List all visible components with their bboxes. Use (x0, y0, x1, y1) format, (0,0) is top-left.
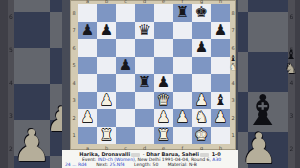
white-pawn[interactable]: ♟ (211, 109, 230, 127)
square-d6[interactable] (135, 39, 154, 57)
square-g5[interactable] (192, 57, 211, 75)
rank-label: 2 (71, 109, 77, 127)
material-balance-indicator: ♝ ♞ (229, 55, 237, 73)
square-a7[interactable]: ♟ (78, 22, 97, 40)
background-rank-label: 2 (288, 132, 295, 165)
square-d7[interactable]: ♛ (135, 22, 154, 40)
square-b5[interactable] (97, 57, 116, 75)
background-rank-label: 3 (288, 99, 295, 132)
blurred-white-pawn-icon: ♟ (240, 128, 278, 168)
square-d2[interactable] (135, 109, 154, 127)
square-e4[interactable]: ♟ (154, 74, 173, 92)
square-c1[interactable] (116, 127, 135, 145)
square-a6[interactable] (78, 39, 97, 57)
square-d8[interactable] (135, 4, 154, 22)
square-b1[interactable]: ♜ (97, 127, 116, 145)
square-h4[interactable] (211, 74, 230, 92)
length-value: 50 (153, 162, 159, 167)
background-border-edge (295, 0, 300, 168)
square-h3[interactable]: ♝ (211, 92, 230, 110)
square-d5[interactable] (135, 57, 154, 75)
square-c7[interactable] (116, 22, 135, 40)
square-g3[interactable]: ♟ (192, 92, 211, 110)
white-pawn[interactable]: ♟ (97, 92, 116, 110)
square-b6[interactable] (97, 39, 116, 57)
material-label: Material: (168, 162, 188, 167)
chess-board-frame: abcdefgh 87654321 ♜♚♟♟♛♟♟♟♜♟♟♛♟♝♟♟♟♞♟♜♜♚… (70, 0, 236, 150)
background-rank-label: 5 (8, 33, 14, 66)
event-site-date: , New Delhi 1991-04-04, Round 6, (135, 157, 211, 162)
square-e5[interactable] (154, 57, 173, 75)
rank-label: 3 (71, 92, 77, 110)
next-move-link[interactable]: 25.Nf4 (110, 162, 125, 167)
black-pawn[interactable]: ♟ (97, 22, 116, 40)
square-b4[interactable] (97, 74, 116, 92)
white-king[interactable]: ♚ (192, 127, 211, 145)
eco-code-link[interactable]: A30 (212, 157, 221, 162)
square-e2[interactable]: ♟ (154, 109, 173, 127)
square-g6[interactable]: ♟ (192, 39, 211, 57)
rank-label: 1 (230, 127, 236, 145)
blurred-background-left: 65432 ♟ ♟ (0, 0, 62, 168)
chess-board[interactable]: ♜♚♟♟♛♟♟♟♜♟♟♛♟♝♟♟♟♞♟♜♜♚ (78, 4, 230, 144)
square-f7[interactable] (173, 22, 192, 40)
square-e1[interactable]: ♜ (154, 127, 173, 145)
square-g4[interactable] (192, 74, 211, 92)
rank-label: 1 (71, 127, 77, 145)
square-c6[interactable] (116, 39, 135, 57)
square-g1[interactable]: ♚ (192, 127, 211, 145)
white-rook[interactable]: ♜ (97, 127, 116, 145)
rank-labels-right: 87654321 (230, 4, 236, 144)
blurred-material-knight-icon: ♞ (285, 62, 297, 75)
white-pawn[interactable]: ♟ (154, 109, 173, 127)
white-pawn[interactable]: ♟ (78, 109, 97, 127)
square-h7[interactable]: ♟ (211, 22, 230, 40)
white-rook[interactable]: ♜ (154, 127, 173, 145)
rank-label: 4 (71, 74, 77, 92)
square-f2[interactable]: ♟ (173, 109, 192, 127)
material-value: N-B (189, 162, 197, 167)
square-e6[interactable] (154, 39, 173, 57)
rank-label: 2 (230, 109, 236, 127)
square-d4[interactable]: ♜ (135, 74, 154, 92)
rank-label: 6 (71, 39, 77, 57)
square-c3[interactable] (116, 92, 135, 110)
square-e7[interactable] (154, 22, 173, 40)
rank-label: 4 (230, 74, 236, 92)
square-h5[interactable] (211, 57, 230, 75)
square-g7[interactable] (192, 22, 211, 40)
square-f8[interactable]: ♜ (173, 4, 192, 22)
square-b7[interactable]: ♟ (97, 22, 116, 40)
square-c2[interactable] (116, 109, 135, 127)
square-b2[interactable] (97, 109, 116, 127)
black-rook[interactable]: ♜ (135, 74, 154, 92)
square-g8[interactable]: ♚ (192, 4, 211, 22)
square-a1[interactable] (78, 127, 97, 145)
rank-label: 7 (230, 22, 236, 40)
square-c5[interactable]: ♟ (116, 57, 135, 75)
square-b3[interactable]: ♟ (97, 92, 116, 110)
square-e3[interactable]: ♛ (154, 92, 173, 110)
square-h6[interactable] (211, 39, 230, 57)
blurred-background-right: ♝ ♟ 65432 ♝ ♞ (238, 0, 300, 168)
square-a4[interactable] (78, 74, 97, 92)
square-f5[interactable] (173, 57, 192, 75)
rank-labels-left: 87654321 (71, 4, 77, 144)
blurred-white-pawn-icon: ♟ (46, 102, 62, 136)
white-queen[interactable]: ♛ (154, 92, 173, 110)
rank-label: 3 (230, 92, 236, 110)
square-c4[interactable] (116, 74, 135, 92)
event-link[interactable]: IND-ch (Women) (98, 157, 135, 162)
white-knight[interactable]: ♞ (192, 109, 211, 127)
black-king[interactable]: ♚ (192, 4, 211, 22)
blurred-material-bishop-icon: ♝ (285, 48, 297, 61)
rank-label: 8 (71, 4, 77, 22)
square-f4[interactable] (173, 74, 192, 92)
black-rook[interactable]: ♜ (173, 4, 192, 22)
black-pawn[interactable]: ♟ (192, 39, 211, 57)
background-rank-label: 4 (8, 66, 14, 99)
square-f3[interactable] (173, 92, 192, 110)
black-pawn[interactable]: ♟ (211, 22, 230, 40)
square-e8[interactable] (154, 4, 173, 22)
square-d3[interactable] (135, 92, 154, 110)
square-c8[interactable] (116, 4, 135, 22)
event-label: Event: (82, 157, 96, 162)
last-move-link[interactable]: 24 ... Rd4 (65, 162, 87, 167)
square-a5[interactable] (78, 57, 97, 75)
square-f1[interactable] (173, 127, 192, 145)
material-white-knight-icon: ♞ (229, 64, 236, 73)
rank-label: 5 (71, 57, 77, 75)
move-line: 24 ... Rd4 Next: 25.Nf4 Length: 50 Mater… (62, 162, 238, 167)
white-pawn[interactable]: ♟ (173, 109, 192, 127)
square-f6[interactable] (173, 39, 192, 57)
black-pawn[interactable]: ♟ (116, 57, 135, 75)
white-pawn[interactable]: ♟ (192, 92, 211, 110)
black-pawn[interactable]: ♟ (154, 74, 173, 92)
black-queen[interactable]: ♛ (135, 22, 154, 40)
square-g2[interactable]: ♞ (192, 109, 211, 127)
square-a8[interactable] (78, 4, 97, 22)
square-h8[interactable] (211, 4, 230, 22)
black-bishop[interactable]: ♝ (211, 92, 230, 110)
square-a3[interactable] (78, 92, 97, 110)
background-rank-label: 6 (288, 0, 295, 33)
game-info-bar: Harika, Dronavalli - Dhar Barua, Saheli … (62, 150, 238, 168)
background-rank-labels: 65432 (288, 0, 295, 165)
square-h1[interactable] (211, 127, 230, 145)
rank-label: 8 (230, 4, 236, 22)
square-d1[interactable] (135, 127, 154, 145)
square-b8[interactable] (97, 4, 116, 22)
background-rank-label: 6 (8, 0, 14, 33)
background-border-edge (0, 0, 8, 168)
rank-label: 7 (71, 22, 77, 40)
length-label: Length: (134, 162, 151, 167)
square-h2[interactable]: ♟ (211, 109, 230, 127)
black-pawn[interactable]: ♟ (78, 22, 97, 40)
next-label: Next: (96, 162, 108, 167)
square-a2[interactable]: ♟ (78, 109, 97, 127)
